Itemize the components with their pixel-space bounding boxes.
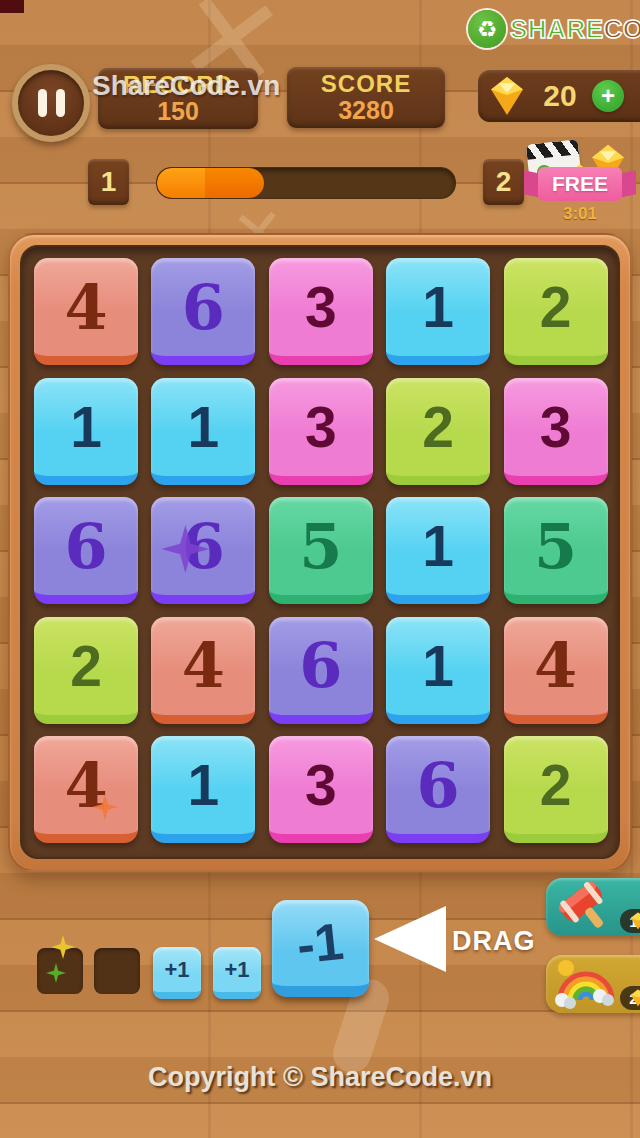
tile-number: 4 — [64, 271, 107, 344]
tile-number: 4 — [64, 749, 107, 822]
tile-number: 1 — [422, 274, 454, 340]
tile-r3c1-value-6[interactable]: 6 — [34, 497, 138, 604]
tile-number: 2 — [540, 752, 572, 818]
tile-number: 5 — [534, 510, 577, 583]
drag-label: DRAG — [452, 926, 536, 957]
green-star-sparkle — [46, 963, 66, 983]
add-gems-button[interactable]: + — [592, 80, 624, 112]
tile-r3c2-value-6[interactable]: 6 — [151, 497, 255, 604]
logo-share-text: SHARE — [510, 14, 604, 44]
watermark-overlay: ShareCode.vn — [92, 70, 280, 102]
tile-number: 1 — [70, 394, 102, 460]
queue-tile-plus1: +1 — [153, 947, 201, 999]
yellow-star-sparkle — [51, 935, 75, 959]
drag-tile-value: -1 — [294, 911, 346, 976]
tile-r5c2-value-1[interactable]: 1 — [151, 736, 255, 843]
logo-code-text: CODE.vn — [604, 14, 640, 44]
free-label: FREE — [538, 167, 622, 201]
tile-number: 4 — [182, 629, 225, 702]
tile-r5c1-value-4[interactable]: 4 — [34, 736, 138, 843]
score-value: 3280 — [338, 97, 394, 125]
pause-icon — [38, 89, 47, 117]
hammer-icon — [554, 881, 610, 933]
tile-number: 6 — [182, 271, 225, 344]
board-grid: 4631211323665152461441362 — [34, 258, 608, 843]
tile-number: 6 — [64, 510, 107, 583]
free-ribbon: FREE — [526, 166, 634, 202]
level-progress-bar — [156, 167, 456, 199]
tile-r2c2-value-1[interactable]: 1 — [151, 378, 255, 485]
tile-number: 6 — [299, 629, 342, 702]
hammer-booster-button[interactable]: 10 — [546, 878, 640, 936]
tile-number: 3 — [305, 274, 337, 340]
tile-r2c3-value-3[interactable]: 3 — [269, 378, 373, 485]
score-panel: SCORE 3280 — [287, 67, 445, 128]
game-screen: ✕ ✕ ♻ SHARECODE.vn RECORD 150 ShareCode.… — [0, 0, 640, 1138]
tile-number: 6 — [417, 749, 460, 822]
gem-panel: 20 + — [478, 70, 640, 122]
tile-r4c4-value-1[interactable]: 1 — [386, 617, 490, 724]
copyright-text: Copyright © ShareCode.vn — [0, 1062, 640, 1093]
queue-tile-plus1: +1 — [213, 947, 261, 999]
tile-r1c1-value-4[interactable]: 4 — [34, 258, 138, 365]
rainbow-booster-button[interactable]: 20 — [546, 955, 640, 1013]
progress-fill — [157, 168, 264, 198]
tile-r2c4-value-2[interactable]: 2 — [386, 378, 490, 485]
tile-r3c4-value-1[interactable]: 1 — [386, 497, 490, 604]
tile-number: 1 — [422, 633, 454, 699]
gem-icon — [628, 989, 640, 1007]
tile-number: 3 — [305, 394, 337, 460]
drag-arrow-icon — [374, 906, 446, 972]
tile-number: 5 — [299, 510, 342, 583]
tile-r3c5-value-5[interactable]: 5 — [504, 497, 608, 604]
tile-r4c1-value-2[interactable]: 2 — [34, 617, 138, 724]
score-label: SCORE — [321, 71, 411, 97]
rainbow-icon — [554, 958, 616, 1010]
recycle-icon: ♻ — [468, 10, 506, 48]
gem-icon — [628, 912, 640, 930]
tile-number: 3 — [540, 394, 572, 460]
tile-r1c5-value-2[interactable]: 2 — [504, 258, 608, 365]
tile-r5c4-value-6[interactable]: 6 — [386, 736, 490, 843]
rainbow-cost-badge: 20 — [620, 986, 640, 1010]
tile-r5c5-value-2[interactable]: 2 — [504, 736, 608, 843]
pause-icon — [56, 89, 65, 117]
tile-number: 4 — [534, 629, 577, 702]
tile-number: 2 — [422, 394, 454, 460]
tile-number: 1 — [188, 752, 220, 818]
free-gift-button[interactable]: FREE 3:01 — [524, 138, 636, 224]
tile-r4c5-value-4[interactable]: 4 — [504, 617, 608, 724]
tile-r2c1-value-1[interactable]: 1 — [34, 378, 138, 485]
tile-r1c4-value-1[interactable]: 1 — [386, 258, 490, 365]
logo-text: SHARECODE.vn — [510, 14, 640, 45]
gem-icon — [486, 76, 528, 116]
draggable-tile-minus1[interactable]: -1 — [272, 900, 369, 997]
tile-r3c3-value-5[interactable]: 5 — [269, 497, 373, 604]
queue-slot-empty — [94, 948, 140, 994]
tile-number: 2 — [70, 633, 102, 699]
pause-button[interactable] — [12, 64, 90, 142]
hammer-cost-badge: 10 — [620, 909, 640, 933]
record-value: 150 — [157, 98, 199, 126]
tile-r4c3-value-6[interactable]: 6 — [269, 617, 373, 724]
level-current-box: 1 — [88, 159, 129, 205]
tile-number: 1 — [422, 513, 454, 579]
gem-count: 20 — [538, 79, 582, 113]
level-next-box: 2 — [483, 159, 524, 205]
decor-corner — [0, 0, 24, 13]
tile-number: 1 — [188, 394, 220, 460]
tile-r1c2-value-6[interactable]: 6 — [151, 258, 255, 365]
clapper-stripes — [526, 139, 579, 159]
tile-number: 3 — [305, 752, 337, 818]
tile-r4c2-value-4[interactable]: 4 — [151, 617, 255, 724]
tile-number: 2 — [540, 274, 572, 340]
sharecode-logo: ♻ SHARECODE.vn — [468, 10, 640, 48]
queue-slot-empty — [37, 948, 83, 994]
tile-r2c5-value-3[interactable]: 3 — [504, 378, 608, 485]
tile-r1c3-value-3[interactable]: 3 — [269, 258, 373, 365]
free-timer: 3:01 — [524, 204, 636, 224]
tile-r5c3-value-3[interactable]: 3 — [269, 736, 373, 843]
